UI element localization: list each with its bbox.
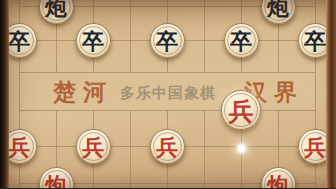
grid-line-file-5-bottom xyxy=(204,110,205,188)
xiangqi-board[interactable]: 楚河 汉界 多乐中国象棋 炮炮卒卒卒卒卒兵兵兵兵兵炮炮 xyxy=(0,0,336,188)
piece-glyph: 卒 xyxy=(8,30,30,52)
piece-glyph: 卒 xyxy=(304,30,326,52)
piece-glyph: 兵 xyxy=(82,136,104,158)
piece-glyph: 炮 xyxy=(45,0,67,18)
piece-red-soldier[interactable]: 兵 xyxy=(150,129,185,164)
piece-glyph: 卒 xyxy=(82,30,104,52)
piece-glyph: 卒 xyxy=(230,30,252,52)
piece-glyph: 兵 xyxy=(8,136,30,158)
piece-black-cannon[interactable]: 炮 xyxy=(261,0,296,24)
piece-glyph: 兵 xyxy=(156,136,178,158)
grid-line-file-5-top xyxy=(204,0,205,72)
piece-red-cannon[interactable]: 炮 xyxy=(261,167,296,189)
piece-black-soldier[interactable]: 卒 xyxy=(150,23,185,58)
piece-black-cannon[interactable]: 炮 xyxy=(39,0,74,24)
piece-glyph: 卒 xyxy=(156,30,178,52)
grid-line-file-3-top xyxy=(130,0,131,72)
piece-glyph: 炮 xyxy=(267,174,289,188)
piece-black-soldier[interactable]: 卒 xyxy=(76,23,111,58)
grid-line-rank-4 xyxy=(19,72,315,73)
last-move-origin-marker xyxy=(238,145,245,152)
xiangqi-game-screen: 楚河 汉界 多乐中国象棋 炮炮卒卒卒卒卒兵兵兵兵兵炮炮 xyxy=(0,0,336,188)
piece-glyph: 兵 xyxy=(304,136,326,158)
piece-red-cannon[interactable]: 炮 xyxy=(39,167,74,189)
grid-line-file-3-bottom xyxy=(130,110,131,188)
piece-glyph: 炮 xyxy=(45,174,67,188)
board-left-edge xyxy=(0,0,9,188)
river-label-chu-he: 楚河 xyxy=(53,79,113,105)
piece-black-soldier[interactable]: 卒 xyxy=(224,23,259,58)
piece-red-soldier[interactable]: 兵 xyxy=(76,129,111,164)
piece-glyph: 兵 xyxy=(229,99,254,124)
piece-red-soldier-selected[interactable]: 兵 xyxy=(221,90,261,130)
board-right-edge xyxy=(326,0,336,188)
piece-glyph: 炮 xyxy=(267,0,289,18)
